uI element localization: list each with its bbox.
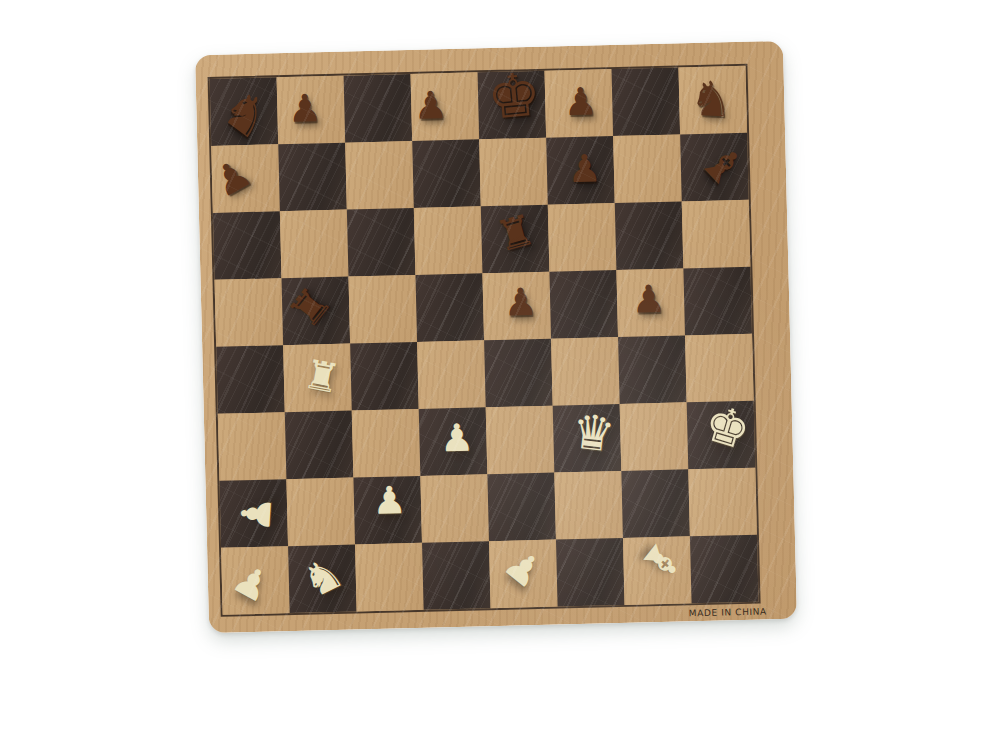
square-g4[interactable]	[618, 335, 687, 404]
square-b8[interactable]: ♟	[277, 76, 346, 145]
dark-rook-e6[interactable]: ♜	[491, 208, 538, 258]
white-pawn-a1[interactable]: ♟	[226, 556, 277, 608]
board-grid: ♞♟♟♚♟♞♟♟♝♜♜♟♟♜♟♛♚♟♟♟♞♟♝	[208, 64, 761, 617]
white-bishop-g1[interactable]: ♝	[632, 531, 691, 589]
square-f5[interactable]	[549, 270, 618, 339]
square-c7[interactable]	[345, 141, 414, 210]
square-e8[interactable]: ♚	[478, 71, 547, 140]
square-c2[interactable]: ♟	[353, 476, 422, 545]
square-h2[interactable]	[688, 468, 757, 537]
dark-king-e8[interactable]: ♚	[484, 63, 543, 128]
square-a8[interactable]: ♞	[210, 77, 279, 146]
dark-pawn-e5[interactable]: ♟	[503, 282, 538, 321]
square-h4[interactable]	[685, 334, 754, 403]
square-g3[interactable]	[620, 402, 689, 471]
square-f4[interactable]	[551, 337, 620, 406]
dark-pawn-a7[interactable]: ♟	[206, 151, 257, 203]
square-a2[interactable]: ♟	[219, 479, 288, 548]
square-g7[interactable]	[613, 134, 682, 203]
square-c3[interactable]	[352, 409, 421, 478]
square-f2[interactable]	[554, 471, 623, 540]
dark-pawn-b8[interactable]: ♟	[287, 89, 322, 128]
square-h8[interactable]: ♞	[678, 66, 747, 135]
dark-knight-a8[interactable]: ♞	[212, 79, 280, 149]
square-h3[interactable]: ♚	[687, 401, 756, 470]
square-d2[interactable]	[420, 474, 489, 543]
square-d5[interactable]	[415, 273, 484, 342]
square-d4[interactable]	[417, 340, 486, 409]
square-c8[interactable]	[344, 74, 413, 143]
square-g5[interactable]: ♟	[616, 268, 685, 337]
dark-pawn-g5[interactable]: ♟	[631, 279, 666, 318]
square-a1[interactable]: ♟	[221, 546, 290, 615]
square-e6[interactable]: ♜	[481, 205, 550, 274]
square-a7[interactable]: ♟	[211, 144, 280, 213]
square-g2[interactable]	[621, 469, 690, 538]
square-d6[interactable]	[414, 206, 483, 275]
white-queen-f3[interactable]: ♛	[569, 406, 617, 459]
square-f3[interactable]: ♛	[553, 404, 622, 473]
square-a4[interactable]	[216, 345, 285, 414]
square-b2[interactable]	[286, 478, 355, 547]
square-d8[interactable]: ♟	[411, 72, 480, 141]
square-e1[interactable]: ♟	[489, 540, 558, 609]
square-h1[interactable]	[690, 535, 759, 604]
white-pawn-e1[interactable]: ♟	[497, 541, 550, 595]
square-f1[interactable]	[556, 538, 625, 607]
square-g1[interactable]: ♝	[623, 536, 692, 605]
dark-pawn-d8[interactable]: ♟	[413, 86, 448, 125]
square-g6[interactable]	[615, 201, 684, 270]
dark-knight-h8[interactable]: ♞	[688, 73, 733, 123]
square-a3[interactable]	[218, 412, 287, 481]
square-b5[interactable]: ♜	[281, 277, 350, 346]
white-knight-b1[interactable]: ♞	[295, 548, 350, 605]
dark-bishop-h7[interactable]: ♝	[691, 134, 753, 196]
square-e2[interactable]	[487, 473, 556, 542]
dark-pawn-f7[interactable]: ♟	[567, 149, 602, 188]
square-a5[interactable]	[215, 278, 284, 347]
square-e7[interactable]	[479, 138, 548, 207]
square-c5[interactable]	[348, 275, 417, 344]
white-king-h3[interactable]: ♚	[698, 397, 755, 458]
square-d7[interactable]	[412, 139, 481, 208]
white-pawn-d3[interactable]: ♟	[439, 418, 474, 457]
square-e4[interactable]	[484, 339, 553, 408]
square-f7[interactable]: ♟	[546, 136, 615, 205]
square-c6[interactable]	[347, 208, 416, 277]
square-f6[interactable]	[548, 203, 617, 272]
square-b4[interactable]: ♜	[283, 344, 352, 413]
chess-board: ♞♟♟♚♟♞♟♟♝♜♜♟♟♜♟♛♚♟♟♟♞♟♝ MADE IN CHINA	[195, 41, 797, 633]
square-b6[interactable]	[280, 210, 349, 279]
made-in-china-label: MADE IN CHINA	[689, 606, 767, 618]
square-c4[interactable]	[350, 342, 419, 411]
square-c1[interactable]	[355, 543, 424, 612]
square-b1[interactable]: ♞	[288, 545, 357, 614]
white-pawn-a2[interactable]: ♟	[235, 494, 277, 532]
square-h7[interactable]: ♝	[680, 133, 749, 202]
square-f8[interactable]: ♟	[545, 69, 614, 138]
white-pawn-c2[interactable]: ♟	[372, 481, 407, 520]
square-b3[interactable]	[285, 411, 354, 480]
square-e3[interactable]	[486, 406, 555, 475]
white-rook-b4[interactable]: ♜	[300, 353, 343, 399]
square-g8[interactable]	[611, 67, 680, 136]
square-d1[interactable]	[422, 541, 491, 610]
dark-rook-b5[interactable]: ♜	[282, 279, 338, 335]
square-b7[interactable]	[278, 143, 347, 212]
photo-background: ♞♟♟♚♟♞♟♟♝♜♜♟♟♜♟♛♚♟♟♟♞♟♝ MADE IN CHINA	[0, 0, 1000, 750]
square-d3[interactable]: ♟	[419, 407, 488, 476]
dark-pawn-f8[interactable]: ♟	[563, 82, 598, 121]
square-e5[interactable]: ♟	[482, 272, 551, 341]
square-h6[interactable]	[682, 200, 751, 269]
square-h5[interactable]	[683, 267, 752, 336]
square-a6[interactable]	[213, 211, 282, 280]
